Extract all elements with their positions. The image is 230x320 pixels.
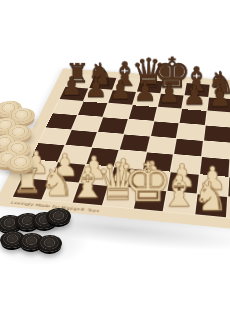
dark-draughts-disc-7[interactable] (37, 235, 63, 253)
dark-draughts-group (0, 0, 230, 320)
product-photo-scene: ♜♞♝♛♚♝♞♜♟♟♟♟♟♟♟♟♟♟♟♟♟♟♟♟♜♞♝♛♚♝♞♜ Lovingl… (0, 0, 230, 320)
dark-draughts-disc-4[interactable] (46, 208, 72, 226)
